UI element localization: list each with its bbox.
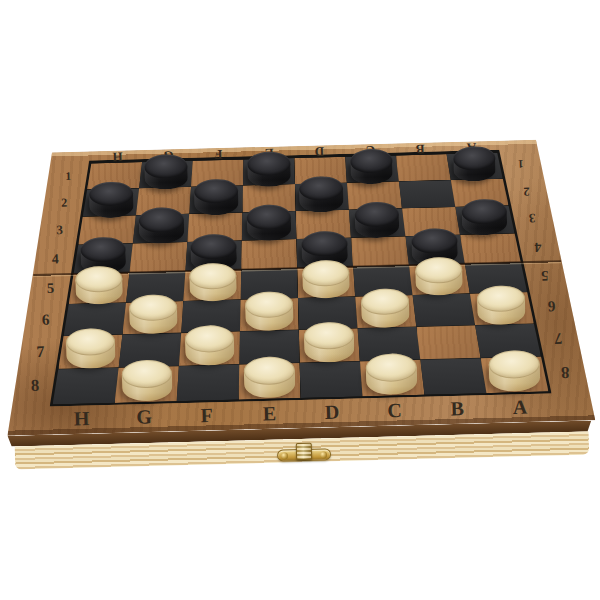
checker-natural-c6[interactable] bbox=[361, 288, 410, 328]
checker-black-c1[interactable] bbox=[350, 149, 394, 185]
checker-black-g3[interactable] bbox=[138, 207, 184, 244]
rank-label-left-7: 7 bbox=[36, 343, 45, 361]
checker-top-face bbox=[247, 151, 290, 176]
rank-label-left-3: 3 bbox=[56, 222, 63, 238]
file-label-bottom-f: F bbox=[200, 403, 213, 426]
checker-black-a3[interactable] bbox=[462, 199, 508, 236]
file-label-top-h: H bbox=[112, 149, 123, 165]
rank-label-right-8: 8 bbox=[560, 362, 569, 382]
rank-label-right-7: 7 bbox=[553, 329, 562, 347]
checker-black-d2[interactable] bbox=[299, 176, 344, 213]
product-photo-canvas: HGFEDCBAHGFEDCBA1122334455667788 bbox=[0, 0, 600, 600]
checker-natural-c8[interactable] bbox=[366, 353, 418, 395]
file-label-top-b: B bbox=[415, 141, 425, 157]
rank-label-left-6: 6 bbox=[42, 310, 51, 328]
brass-clasp bbox=[275, 441, 334, 463]
rank-label-right-3: 3 bbox=[528, 210, 535, 226]
square-b6[interactable] bbox=[413, 293, 476, 326]
file-label-bottom-b: B bbox=[450, 397, 464, 420]
rank-label-left-5: 5 bbox=[47, 280, 55, 297]
square-b1[interactable] bbox=[396, 154, 451, 181]
square-b8[interactable] bbox=[420, 358, 486, 395]
square-h8[interactable] bbox=[52, 367, 120, 404]
square-d8[interactable] bbox=[300, 361, 363, 398]
checker-black-g1[interactable] bbox=[144, 154, 188, 190]
file-label-top-f: F bbox=[214, 146, 223, 162]
rank-label-right-1: 1 bbox=[517, 158, 524, 170]
file-label-bottom-d: D bbox=[324, 400, 340, 423]
square-b7[interactable] bbox=[416, 325, 480, 360]
rank-label-left-8: 8 bbox=[31, 376, 40, 396]
rank-label-right-4: 4 bbox=[534, 238, 542, 254]
square-f8[interactable] bbox=[176, 364, 241, 401]
brass-clasp-latch bbox=[296, 443, 312, 460]
rank-label-right-5: 5 bbox=[540, 267, 548, 284]
checker-natural-a8[interactable] bbox=[488, 350, 540, 392]
rank-label-right-6: 6 bbox=[547, 297, 556, 315]
checker-black-h2[interactable] bbox=[89, 181, 134, 218]
rank-label-right-2: 2 bbox=[523, 183, 530, 198]
square-e4[interactable] bbox=[241, 239, 298, 269]
checker-black-e3[interactable] bbox=[246, 204, 292, 241]
square-g4[interactable] bbox=[129, 242, 188, 273]
checker-natural-h7[interactable] bbox=[65, 327, 116, 368]
file-label-top-d: D bbox=[314, 143, 324, 159]
checker-black-f2[interactable] bbox=[194, 179, 239, 216]
checker-black-a1[interactable] bbox=[453, 146, 497, 182]
checker-natural-f5[interactable] bbox=[189, 263, 237, 302]
checker-natural-d5[interactable] bbox=[302, 260, 350, 299]
checker-natural-g6[interactable] bbox=[128, 294, 177, 334]
file-label-bottom-h: H bbox=[73, 407, 90, 430]
checker-black-e1[interactable] bbox=[247, 151, 291, 187]
file-label-bottom-e: E bbox=[262, 402, 276, 425]
folding-checkers-board: HGFEDCBAHGFEDCBA1122334455667788 bbox=[0, 0, 600, 600]
checker-natural-h5[interactable] bbox=[75, 265, 123, 304]
board-tilt-wrapper: HGFEDCBAHGFEDCBA1122334455667788 bbox=[0, 0, 600, 600]
checker-black-c3[interactable] bbox=[354, 201, 400, 238]
file-label-bottom-g: G bbox=[136, 405, 153, 428]
checker-natural-e8[interactable] bbox=[243, 356, 295, 398]
square-c4[interactable] bbox=[351, 236, 409, 266]
file-label-bottom-a: A bbox=[512, 395, 528, 418]
rank-label-left-2: 2 bbox=[61, 195, 68, 210]
checker-natural-g8[interactable] bbox=[121, 359, 173, 401]
square-a4[interactable] bbox=[460, 233, 521, 264]
checker-natural-e6[interactable] bbox=[245, 291, 294, 331]
rank-label-left-4: 4 bbox=[52, 251, 60, 267]
checker-natural-b5[interactable] bbox=[415, 257, 463, 296]
checker-natural-f7[interactable] bbox=[184, 324, 235, 365]
checker-natural-d7[interactable] bbox=[304, 321, 355, 362]
checker-natural-a6[interactable] bbox=[477, 285, 526, 325]
rank-label-left-1: 1 bbox=[65, 170, 72, 182]
square-b2[interactable] bbox=[399, 180, 455, 208]
file-label-bottom-c: C bbox=[387, 398, 403, 421]
